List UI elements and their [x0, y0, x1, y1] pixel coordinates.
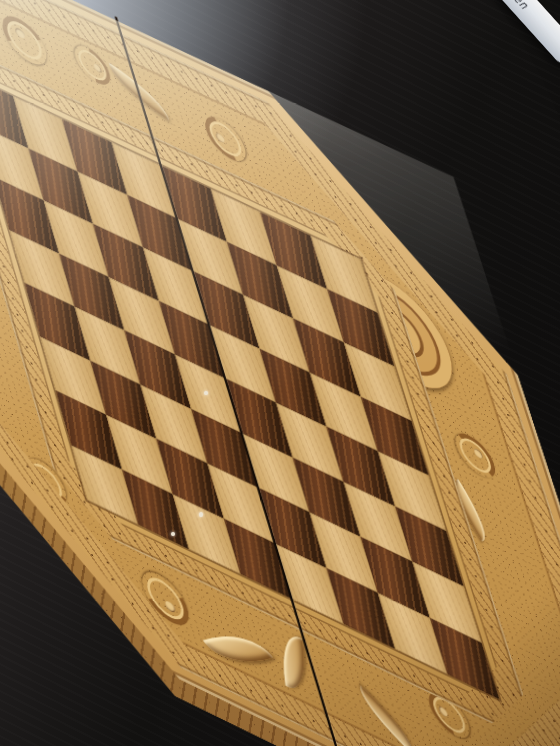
dust-speck	[171, 532, 175, 536]
scroll-carving	[451, 426, 499, 486]
dust-speck	[204, 391, 208, 395]
dust-speck	[199, 512, 203, 517]
perspective-stage	[0, 0, 560, 746]
leaf-carving	[276, 622, 312, 703]
scroll-carving	[201, 108, 249, 170]
chessboard	[0, 0, 560, 746]
photo-scene: eren	[0, 0, 560, 746]
